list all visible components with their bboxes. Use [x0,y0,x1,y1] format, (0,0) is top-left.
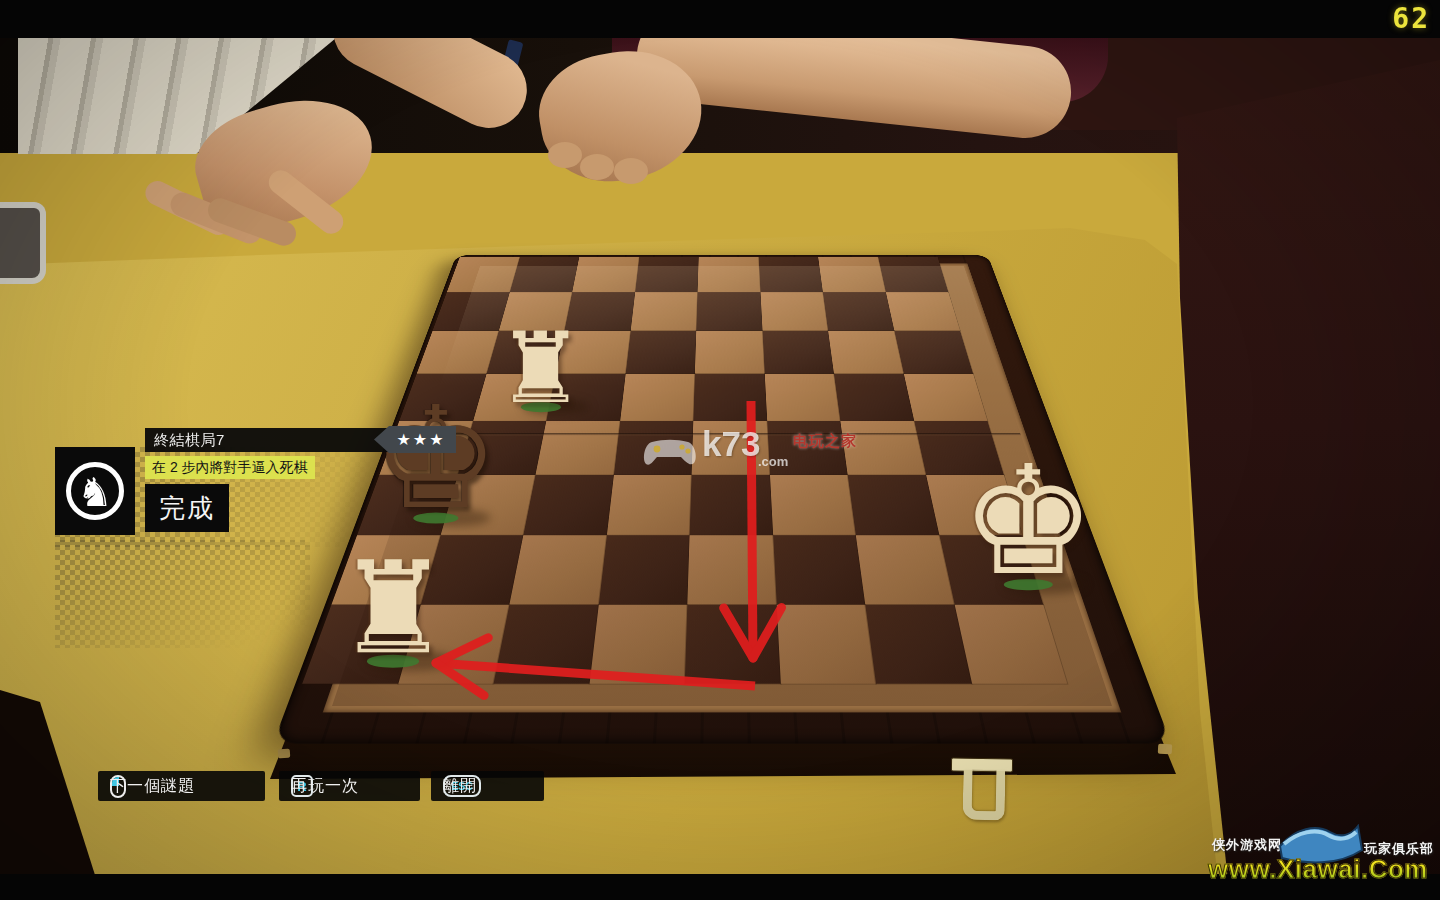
square-f6[interactable] [762,331,834,374]
square-f4[interactable] [767,421,848,475]
square-d3[interactable] [606,475,691,536]
square-e6[interactable] [695,331,765,374]
black-king-a3[interactable]: ♚ [372,392,498,526]
replay-button[interactable]: R 再玩一次 [279,771,420,801]
square-c4[interactable] [536,421,620,475]
square-f7[interactable] [760,292,828,331]
square-d1[interactable] [589,604,687,683]
square-f2[interactable] [773,535,865,604]
square-g1[interactable] [865,604,971,683]
square-f3[interactable] [770,475,856,536]
square-f1[interactable] [776,604,876,683]
square-c8[interactable] [572,257,639,292]
square-h7[interactable] [886,292,960,331]
board-clasp-buckle [963,770,1006,821]
square-d5[interactable] [620,373,695,421]
square-a8[interactable] [447,257,520,292]
puzzle-icon-box: ♞ [55,447,135,535]
puzzle-status: 完成 [145,484,229,532]
square-e1[interactable] [685,604,781,683]
square-a6[interactable] [417,331,499,374]
square-e7[interactable] [696,292,762,331]
square-c2[interactable] [509,535,606,604]
square-g8[interactable] [818,257,885,292]
square-g7[interactable] [823,292,894,331]
square-c1[interactable] [493,604,598,683]
knight-icon: ♞ [66,462,124,520]
timer-counter: 62 [1392,2,1430,35]
game-screenshot: ♜♜♚♚ k73 .com 电玩之家 62 ♞ 終結棋局7 ★★★ 在 2 步內… [0,0,1440,900]
square-e5[interactable] [693,373,767,421]
square-c3[interactable] [523,475,613,536]
stars-rating: ★★★ [374,426,456,453]
square-b8[interactable] [510,257,580,292]
square-d8[interactable] [635,257,699,292]
square-f5[interactable] [764,373,840,421]
square-e3[interactable] [690,475,773,536]
square-f8[interactable] [758,257,822,292]
square-d4[interactable] [614,421,694,475]
next-puzzle-label: 下一個謎題 [110,776,195,797]
white-rook-b5[interactable]: ♜ [497,322,585,415]
leave-button[interactable]: ESC 離開 [431,771,544,801]
square-g5[interactable] [834,373,914,421]
square-e8[interactable] [698,257,761,292]
square-g4[interactable] [840,421,925,475]
top-letterbox-bar: 62 [0,0,1440,38]
bottom-letterbox-bar [0,874,1440,900]
square-d7[interactable] [630,292,697,331]
leave-label: 離開 [443,776,477,797]
square-h6[interactable] [894,331,973,374]
square-d6[interactable] [625,331,696,374]
replay-label: 再玩一次 [291,776,359,797]
square-g3[interactable] [848,475,939,536]
puzzle-objective: 在 2 步內將對手逼入死棋 [145,456,315,479]
white-king-h2[interactable]: ♚ [960,449,1095,592]
square-h8[interactable] [878,257,948,292]
square-d2[interactable] [598,535,689,604]
square-e2[interactable] [687,535,776,604]
knight-glyph: ♞ [71,468,119,516]
square-g2[interactable] [856,535,954,604]
square-g6[interactable] [828,331,903,374]
square-e4[interactable] [692,421,770,475]
square-h5[interactable] [903,373,987,421]
next-puzzle-button[interactable]: 下一個謎題 [98,771,265,801]
white-rook-a1[interactable]: ♜ [336,549,450,670]
